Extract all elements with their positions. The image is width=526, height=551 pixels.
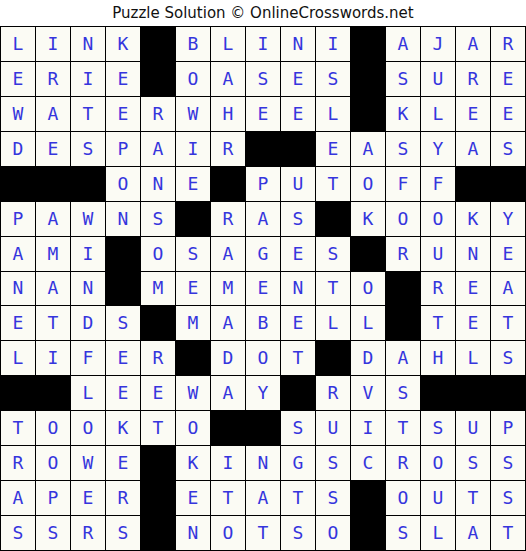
letter-cell: S [316,446,350,480]
letter-cell: S [281,411,315,445]
letter-cell: N [141,167,175,201]
cell-letter: M [188,314,199,332]
letter-cell: G [246,237,280,271]
letter-cell: T [456,481,490,515]
letter-cell: K [106,411,140,445]
cell-letter: I [363,419,374,437]
letter-cell: B [246,306,280,340]
letter-cell: E [106,341,140,375]
letter-cell: A [211,376,245,410]
letter-cell: U [421,481,455,515]
letter-cell: C [351,446,385,480]
cell-letter: C [363,454,374,472]
black-cell [211,411,245,445]
cell-letter: R [468,70,479,88]
letter-cell: R [141,341,175,375]
letter-cell: F [421,167,455,201]
black-cell [141,446,175,480]
cell-letter: T [83,105,94,123]
cell-letter: E [48,140,59,158]
letter-cell: T [211,481,245,515]
letter-cell: W [1,97,35,131]
cell-letter: N [118,210,129,228]
cell-letter: S [293,524,304,542]
letter-cell: P [1,202,35,236]
letter-cell: Y [491,202,525,236]
letter-cell: U [456,411,490,445]
cell-letter: L [13,349,24,367]
letter-cell: T [71,97,105,131]
letter-cell: A [211,237,245,271]
cell-letter: E [118,105,129,123]
cell-letter: U [328,419,339,437]
cell-letter: A [223,384,234,402]
cell-letter: O [398,210,409,228]
letter-cell: E [281,306,315,340]
cell-letter: R [83,524,94,542]
letter-cell: A [456,27,490,61]
letter-cell: E [106,376,140,410]
cell-letter: S [153,210,164,228]
black-cell [281,132,315,166]
cell-letter: R [48,70,59,88]
cell-letter: T [258,524,269,542]
cell-letter: T [293,489,304,507]
letter-cell: N [246,446,280,480]
letter-cell: E [71,481,105,515]
cell-letter: P [13,210,24,228]
letter-cell: W [71,202,105,236]
cell-letter: T [223,489,234,507]
cell-letter: I [48,35,59,53]
cell-letter: J [433,35,444,53]
cell-letter: L [83,384,94,402]
black-cell [351,62,385,96]
letter-cell: S [456,446,490,480]
cell-letter: A [223,314,234,332]
cell-letter: M [48,245,59,263]
black-cell [106,272,140,306]
cell-letter: O [433,210,444,228]
letter-cell: T [491,516,525,550]
cell-letter: M [153,279,164,297]
letter-cell: A [246,202,280,236]
letter-cell: A [386,341,420,375]
cell-letter: A [153,140,164,158]
letter-cell: R [1,446,35,480]
cell-letter: T [293,349,304,367]
cell-letter: L [433,524,444,542]
letter-cell: E [106,62,140,96]
cell-letter: S [293,210,304,228]
cell-letter: E [468,314,479,332]
letter-cell: L [351,306,385,340]
cell-letter: T [48,314,59,332]
cell-letter: S [398,524,409,542]
letter-cell: R [36,62,70,96]
cell-letter: G [293,454,304,472]
letter-cell: S [491,481,525,515]
letter-cell: T [386,411,420,445]
letter-cell: L [316,97,350,131]
black-cell [176,341,210,375]
black-cell [316,202,350,236]
cell-letter: E [13,70,24,88]
cell-letter: E [153,384,164,402]
cell-letter: E [83,489,94,507]
cell-letter: S [503,140,514,158]
letter-cell: E [491,237,525,271]
letter-cell: F [386,167,420,201]
letter-cell: D [71,306,105,340]
letter-cell: O [421,446,455,480]
letter-cell: E [1,306,35,340]
cell-letter: P [48,489,59,507]
letter-cell: S [386,516,420,550]
black-cell [386,272,420,306]
cell-letter: T [433,314,444,332]
letter-cell: O [71,411,105,445]
letter-cell: S [386,62,420,96]
letter-cell: O [246,341,280,375]
cell-letter: A [13,245,24,263]
cell-letter: E [503,105,514,123]
black-cell [176,202,210,236]
black-cell [1,167,35,201]
letter-cell: O [316,516,350,550]
cell-letter: I [223,454,234,472]
letter-cell: U [421,62,455,96]
letter-cell: L [316,306,350,340]
cell-letter: W [83,454,94,472]
letter-cell: E [176,167,210,201]
letter-cell: S [316,62,350,96]
cell-letter: K [118,419,129,437]
cell-letter: Y [503,210,514,228]
letter-cell: N [176,516,210,550]
black-cell [491,376,525,410]
cell-letter: I [188,140,199,158]
letter-cell: I [36,341,70,375]
black-cell [421,376,455,410]
cell-letter: W [83,210,94,228]
cell-letter: E [258,279,269,297]
cell-letter: A [398,349,409,367]
cell-letter: S [503,454,514,472]
letter-cell: N [281,272,315,306]
letter-cell: A [36,202,70,236]
cell-letter: R [223,140,234,158]
cell-letter: E [293,245,304,263]
letter-cell: S [316,481,350,515]
black-cell [351,27,385,61]
letter-cell: T [36,306,70,340]
cell-letter: S [48,524,59,542]
black-cell [141,27,175,61]
letter-cell: S [491,132,525,166]
letter-cell: I [36,27,70,61]
cell-letter: A [468,140,479,158]
letter-cell: A [491,272,525,306]
letter-cell: M [176,306,210,340]
letter-cell: S [281,516,315,550]
letter-cell: U [421,237,455,271]
cell-letter: A [48,279,59,297]
letter-cell: S [176,237,210,271]
letter-cell: A [456,132,490,166]
letter-cell: O [421,202,455,236]
letter-cell: E [141,376,175,410]
cell-letter: M [223,279,234,297]
cell-letter: A [13,489,24,507]
letter-cell: O [386,202,420,236]
cell-letter: S [468,454,479,472]
letter-cell: T [281,481,315,515]
letter-cell: J [421,27,455,61]
cell-letter: D [13,140,24,158]
cell-letter: A [258,489,269,507]
cell-letter: L [13,35,24,53]
letter-cell: V [351,376,385,410]
cell-letter: H [223,105,234,123]
cell-letter: O [83,419,94,437]
cell-letter: O [398,489,409,507]
letter-cell: D [351,341,385,375]
letter-cell: I [71,237,105,271]
letter-cell: T [316,167,350,201]
letter-cell: E [246,272,280,306]
letter-cell: L [421,97,455,131]
letter-cell: I [211,446,245,480]
cell-letter: G [258,245,269,263]
cell-letter: T [328,175,339,193]
cell-letter: L [328,105,339,123]
cell-letter: S [258,70,269,88]
letter-cell: A [1,237,35,271]
cell-letter: E [13,314,24,332]
letter-cell: E [491,62,525,96]
letter-cell: R [456,62,490,96]
letter-cell: R [141,97,175,131]
letter-cell: S [71,132,105,166]
black-cell [141,516,175,550]
cell-letter: O [188,419,199,437]
letter-cell: Y [421,132,455,166]
black-cell [36,167,70,201]
letter-cell: D [211,341,245,375]
cell-letter: R [223,210,234,228]
letter-cell: P [246,167,280,201]
cell-letter: Y [433,140,444,158]
black-cell [141,62,175,96]
cell-letter: E [503,245,514,263]
letter-cell: S [1,516,35,550]
cell-letter: P [258,175,269,193]
cell-letter: H [433,349,444,367]
cell-letter: S [398,384,409,402]
letter-cell: T [246,516,280,550]
letter-cell: O [351,272,385,306]
letter-cell: N [71,27,105,61]
black-cell [71,167,105,201]
cell-letter: N [188,524,199,542]
letter-cell: W [176,97,210,131]
cell-letter: B [188,35,199,53]
cell-letter: P [118,140,129,158]
letter-cell: R [421,272,455,306]
cell-letter: R [398,454,409,472]
letter-cell: P [36,481,70,515]
cell-letter: S [118,314,129,332]
letter-cell: O [106,167,140,201]
letter-cell: O [141,237,175,271]
letter-cell: R [211,132,245,166]
cell-letter: O [363,279,374,297]
letter-cell: L [211,27,245,61]
cell-letter: W [188,105,199,123]
letter-cell: R [316,376,350,410]
letter-cell: S [106,306,140,340]
letter-cell: N [1,272,35,306]
letter-cell: O [211,516,245,550]
letter-cell: W [71,446,105,480]
cell-letter: N [83,279,94,297]
letter-cell: R [386,237,420,271]
letter-cell: T [141,411,175,445]
cell-letter: O [188,70,199,88]
black-cell [211,167,245,201]
crossword-grid: LINKBLINIAJARERIEOASESSUREWATERWHEELKLEE… [0,26,526,551]
letter-cell: I [351,411,385,445]
black-cell [1,376,35,410]
cell-letter: S [328,70,339,88]
black-cell [456,376,490,410]
letter-cell: N [456,237,490,271]
cell-letter: I [328,35,339,53]
letter-cell: R [491,27,525,61]
cell-letter: S [398,140,409,158]
letter-cell: T [1,411,35,445]
cell-letter: T [398,419,409,437]
cell-letter: R [153,349,164,367]
cell-letter: E [188,489,199,507]
letter-cell: W [176,376,210,410]
letter-cell: A [456,516,490,550]
letter-cell: I [316,27,350,61]
cell-letter: D [363,349,374,367]
black-cell [456,167,490,201]
cell-letter: S [13,524,24,542]
letter-cell: T [491,306,525,340]
letter-cell: D [1,132,35,166]
cell-letter: W [188,384,199,402]
letter-cell: R [71,516,105,550]
letter-cell: N [106,202,140,236]
cell-letter: P [503,419,514,437]
black-cell [351,237,385,271]
cell-letter: I [48,349,59,367]
letter-cell: S [141,202,175,236]
letter-cell: A [141,132,175,166]
cell-letter: A [48,105,59,123]
cell-letter: R [118,489,129,507]
page-title: Puzzle Solution © OnlineCrosswords.net [0,0,526,26]
cell-letter: S [293,419,304,437]
cell-letter: L [433,105,444,123]
cell-letter: S [83,140,94,158]
letter-cell: A [211,62,245,96]
cell-letter: L [328,314,339,332]
letter-cell: E [176,481,210,515]
letter-cell: S [491,446,525,480]
cell-letter: R [433,279,444,297]
cell-letter: E [258,105,269,123]
cell-letter: N [153,175,164,193]
cell-letter: D [83,314,94,332]
cell-letter: O [328,524,339,542]
letter-cell: H [211,97,245,131]
cell-letter: W [13,105,24,123]
letter-cell: L [1,27,35,61]
letter-cell: E [106,97,140,131]
cell-letter: L [223,35,234,53]
cell-letter: N [258,454,269,472]
letter-cell: P [491,411,525,445]
cell-letter: F [433,175,444,193]
letter-cell: O [36,446,70,480]
letter-cell: S [421,411,455,445]
letter-cell: O [36,411,70,445]
letter-cell: S [281,202,315,236]
cell-letter: S [118,524,129,542]
cell-letter: N [468,245,479,263]
cell-letter: O [153,245,164,263]
cell-letter: L [468,349,479,367]
letter-cell: L [421,516,455,550]
cell-letter: Y [258,384,269,402]
cell-letter: K [468,210,479,228]
cell-letter: S [503,489,514,507]
cell-letter: E [293,314,304,332]
cell-letter: A [48,210,59,228]
black-cell [246,411,280,445]
cell-letter: E [328,140,339,158]
letter-cell: K [456,202,490,236]
letter-cell: L [456,341,490,375]
cell-letter: T [468,489,479,507]
cell-letter: S [328,454,339,472]
letter-cell: T [316,272,350,306]
cell-letter: U [468,419,479,437]
cell-letter: S [328,489,339,507]
letter-cell: A [246,481,280,515]
cell-letter: A [503,279,514,297]
letter-cell: K [386,97,420,131]
cell-letter: F [398,175,409,193]
letter-cell: N [71,272,105,306]
letter-cell: L [1,341,35,375]
black-cell [351,516,385,550]
cell-letter: E [118,454,129,472]
cell-letter: N [293,35,304,53]
letter-cell: S [246,62,280,96]
letter-cell: R [106,481,140,515]
cell-letter: V [363,384,374,402]
letter-cell: N [281,27,315,61]
letter-cell: G [281,446,315,480]
cell-letter: R [398,245,409,263]
letter-cell: T [421,306,455,340]
